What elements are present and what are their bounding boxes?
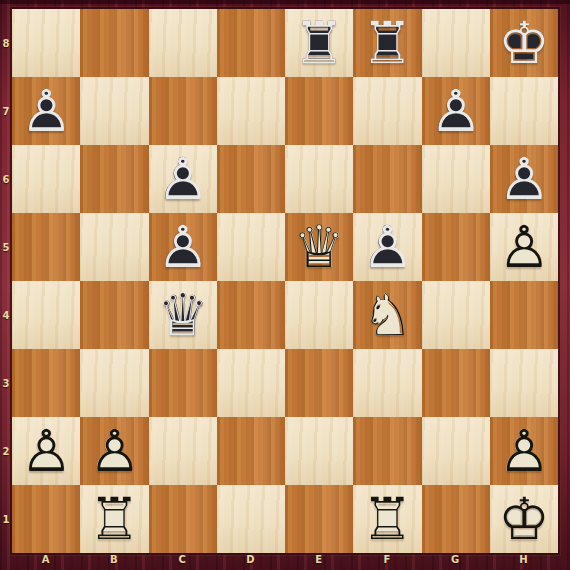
piece-white-rook-icon[interactable]: ♜♖ <box>353 485 421 553</box>
square-a5[interactable] <box>12 213 80 281</box>
square-c2[interactable] <box>149 417 217 485</box>
white-pawn-outline-glyph: ♙ <box>490 417 558 485</box>
square-e7[interactable] <box>285 77 353 145</box>
square-c4[interactable]: ♛♕ <box>149 281 217 349</box>
piece-white-queen-icon[interactable]: ♛♕ <box>285 213 353 281</box>
white-pawn-outline-glyph: ♙ <box>80 417 148 485</box>
square-b8[interactable] <box>80 9 148 77</box>
square-e6[interactable] <box>285 145 353 213</box>
square-e5[interactable]: ♛♕ <box>285 213 353 281</box>
square-b2[interactable]: ♟♙ <box>80 417 148 485</box>
rank-labels: 87654321 <box>0 9 12 553</box>
file-label-h: H <box>490 552 558 570</box>
square-c7[interactable] <box>149 77 217 145</box>
rank-label-8: 8 <box>0 9 12 77</box>
square-f2[interactable] <box>353 417 421 485</box>
square-h3[interactable] <box>490 349 558 417</box>
square-d4[interactable] <box>217 281 285 349</box>
white-rook-outline-glyph: ♖ <box>80 485 148 553</box>
piece-black-pawn-icon[interactable]: ♟♙ <box>149 213 217 281</box>
square-g4[interactable] <box>422 281 490 349</box>
file-label-a: A <box>12 552 80 570</box>
square-a8[interactable] <box>12 9 80 77</box>
piece-black-pawn-icon[interactable]: ♟♙ <box>422 77 490 145</box>
square-b4[interactable] <box>80 281 148 349</box>
square-d2[interactable] <box>217 417 285 485</box>
white-knight-outline-glyph: ♘ <box>353 281 421 349</box>
square-g2[interactable] <box>422 417 490 485</box>
piece-black-pawn-icon[interactable]: ♟♙ <box>149 145 217 213</box>
black-pawn-outline-glyph: ♙ <box>353 213 421 281</box>
piece-black-pawn-icon[interactable]: ♟♙ <box>12 77 80 145</box>
square-g8[interactable] <box>422 9 490 77</box>
rank-label-7: 7 <box>0 77 12 145</box>
rank-label-4: 4 <box>0 281 12 349</box>
square-d6[interactable] <box>217 145 285 213</box>
square-f6[interactable] <box>353 145 421 213</box>
square-d5[interactable] <box>217 213 285 281</box>
square-c1[interactable] <box>149 485 217 553</box>
black-pawn-outline-glyph: ♙ <box>422 77 490 145</box>
square-b3[interactable] <box>80 349 148 417</box>
white-queen-outline-glyph: ♕ <box>285 213 353 281</box>
square-f8[interactable]: ♜♖ <box>353 9 421 77</box>
square-a6[interactable] <box>12 145 80 213</box>
file-label-f: F <box>353 552 421 570</box>
square-h8[interactable]: ♚♔ <box>490 9 558 77</box>
square-a2[interactable]: ♟♙ <box>12 417 80 485</box>
piece-black-pawn-icon[interactable]: ♟♙ <box>353 213 421 281</box>
piece-black-queen-icon[interactable]: ♛♕ <box>149 281 217 349</box>
black-pawn-outline-glyph: ♙ <box>149 213 217 281</box>
black-king-outline-glyph: ♔ <box>490 9 558 77</box>
square-h4[interactable] <box>490 281 558 349</box>
square-h7[interactable] <box>490 77 558 145</box>
piece-white-rook-icon[interactable]: ♜♖ <box>80 485 148 553</box>
square-h6[interactable]: ♟♙ <box>490 145 558 213</box>
square-e3[interactable] <box>285 349 353 417</box>
square-f5[interactable]: ♟♙ <box>353 213 421 281</box>
black-pawn-outline-glyph: ♙ <box>490 145 558 213</box>
black-pawn-outline-glyph: ♙ <box>149 145 217 213</box>
piece-black-rook-icon[interactable]: ♜♖ <box>285 9 353 77</box>
square-d1[interactable] <box>217 485 285 553</box>
square-f1[interactable]: ♜♖ <box>353 485 421 553</box>
square-f3[interactable] <box>353 349 421 417</box>
piece-white-pawn-icon[interactable]: ♟♙ <box>490 213 558 281</box>
square-e1[interactable] <box>285 485 353 553</box>
square-c3[interactable] <box>149 349 217 417</box>
piece-white-pawn-icon[interactable]: ♟♙ <box>490 417 558 485</box>
square-b5[interactable] <box>80 213 148 281</box>
square-c8[interactable] <box>149 9 217 77</box>
file-labels: ABCDEFGH <box>12 552 558 570</box>
piece-white-pawn-icon[interactable]: ♟♙ <box>12 417 80 485</box>
piece-white-king-icon[interactable]: ♚♔ <box>490 485 558 553</box>
white-pawn-outline-glyph: ♙ <box>490 213 558 281</box>
file-label-e: E <box>285 552 353 570</box>
rank-label-6: 6 <box>0 145 12 213</box>
piece-black-king-icon[interactable]: ♚♔ <box>490 9 558 77</box>
file-label-d: D <box>217 552 285 570</box>
square-c6[interactable]: ♟♙ <box>149 145 217 213</box>
rank-label-1: 1 <box>0 485 12 553</box>
square-e8[interactable]: ♜♖ <box>285 9 353 77</box>
piece-white-knight-icon[interactable]: ♞♘ <box>353 281 421 349</box>
square-g5[interactable] <box>422 213 490 281</box>
square-b1[interactable]: ♜♖ <box>80 485 148 553</box>
square-b6[interactable] <box>80 145 148 213</box>
square-a1[interactable] <box>12 485 80 553</box>
square-d3[interactable] <box>217 349 285 417</box>
chessboard-frame: ♜♖♜♖♚♔♟♙♟♙♟♙♟♙♟♙♛♕♟♙♟♙♛♕♞♘♟♙♟♙♟♙♜♖♜♖♚♔ 8… <box>0 0 570 570</box>
file-label-b: B <box>80 552 148 570</box>
black-rook-outline-glyph: ♖ <box>353 9 421 77</box>
square-b7[interactable] <box>80 77 148 145</box>
square-f7[interactable] <box>353 77 421 145</box>
square-d7[interactable] <box>217 77 285 145</box>
square-c5[interactable]: ♟♙ <box>149 213 217 281</box>
white-pawn-outline-glyph: ♙ <box>12 417 80 485</box>
piece-black-rook-icon[interactable]: ♜♖ <box>353 9 421 77</box>
file-label-g: G <box>422 552 490 570</box>
rank-label-2: 2 <box>0 417 12 485</box>
square-g6[interactable] <box>422 145 490 213</box>
square-e4[interactable] <box>285 281 353 349</box>
piece-black-pawn-icon[interactable]: ♟♙ <box>490 145 558 213</box>
black-pawn-outline-glyph: ♙ <box>12 77 80 145</box>
white-king-outline-glyph: ♔ <box>490 485 558 553</box>
square-a3[interactable] <box>12 349 80 417</box>
piece-white-pawn-icon[interactable]: ♟♙ <box>80 417 148 485</box>
square-h1[interactable]: ♚♔ <box>490 485 558 553</box>
rank-label-5: 5 <box>0 213 12 281</box>
rank-label-3: 3 <box>0 349 12 417</box>
square-g7[interactable]: ♟♙ <box>422 77 490 145</box>
black-queen-outline-glyph: ♕ <box>149 281 217 349</box>
square-d8[interactable] <box>217 9 285 77</box>
white-rook-outline-glyph: ♖ <box>353 485 421 553</box>
square-f4[interactable]: ♞♘ <box>353 281 421 349</box>
square-g1[interactable] <box>422 485 490 553</box>
square-g3[interactable] <box>422 349 490 417</box>
square-e2[interactable] <box>285 417 353 485</box>
square-h2[interactable]: ♟♙ <box>490 417 558 485</box>
square-h5[interactable]: ♟♙ <box>490 213 558 281</box>
black-rook-outline-glyph: ♖ <box>285 9 353 77</box>
square-a4[interactable] <box>12 281 80 349</box>
file-label-c: C <box>149 552 217 570</box>
square-a7[interactable]: ♟♙ <box>12 77 80 145</box>
chess-board: ♜♖♜♖♚♔♟♙♟♙♟♙♟♙♟♙♛♕♟♙♟♙♛♕♞♘♟♙♟♙♟♙♜♖♜♖♚♔ <box>12 9 558 553</box>
